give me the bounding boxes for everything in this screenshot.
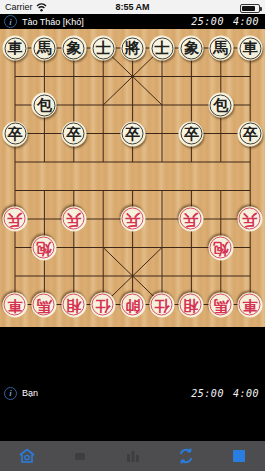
opponent-clocks: 25:00 4:00 — [191, 16, 259, 27]
black-piece[interactable]: 馬 — [208, 36, 233, 61]
black-piece[interactable]: 卒 — [120, 121, 145, 146]
black-piece[interactable]: 卒 — [238, 121, 263, 146]
player-info-icon[interactable]: i — [4, 387, 17, 400]
red-piece[interactable]: 相 — [61, 292, 86, 317]
red-piece[interactable]: 馬 — [208, 292, 233, 317]
board-grid-lines — [0, 29, 265, 327]
red-piece[interactable]: 車 — [3, 292, 28, 317]
black-piece[interactable]: 將 — [120, 36, 145, 61]
tab-stop[interactable] — [212, 441, 265, 471]
player-move-clock: 4:00 — [233, 388, 259, 399]
opponent-name: Tào Tháo [Khó] — [22, 17, 191, 27]
app-screen: Carrier 8:55 AM i Tào Tháo [Khó] 25:00 4… — [0, 0, 265, 471]
red-piece[interactable]: 兵 — [3, 207, 28, 232]
player-name: Bạn — [22, 388, 191, 398]
dim-columns-icon — [124, 448, 142, 464]
tab-home[interactable] — [0, 441, 53, 471]
black-piece[interactable]: 士 — [91, 36, 116, 61]
xiangqi-board[interactable]: 車馬象士將士象馬車包包卒卒卒卒卒兵兵兵兵兵炮炮車馬相仕帥仕相馬車 — [0, 29, 265, 327]
red-piece[interactable]: 仕 — [91, 292, 116, 317]
red-piece[interactable]: 帥 — [120, 292, 145, 317]
status-time: 8:55 AM — [0, 2, 265, 12]
player-bar: i Bạn 25:00 4:00 — [0, 385, 265, 401]
red-piece[interactable]: 炮 — [208, 235, 233, 260]
black-piece[interactable]: 卒 — [179, 121, 204, 146]
status-bar: Carrier 8:55 AM — [0, 0, 265, 14]
red-piece[interactable]: 兵 — [120, 207, 145, 232]
black-piece[interactable]: 車 — [238, 36, 263, 61]
red-piece[interactable]: 車 — [238, 292, 263, 317]
black-piece[interactable]: 象 — [179, 36, 204, 61]
switch-sides-icon — [177, 447, 195, 465]
opponent-main-clock: 25:00 — [191, 16, 224, 27]
red-piece[interactable]: 仕 — [150, 292, 175, 317]
black-piece[interactable]: 象 — [61, 36, 86, 61]
tab-undo[interactable] — [53, 441, 106, 471]
opponent-bar: i Tào Tháo [Khó] 25:00 4:00 — [0, 14, 265, 29]
black-piece[interactable]: 包 — [208, 93, 233, 118]
tab-switch-sides[interactable] — [159, 441, 212, 471]
tab-hint[interactable] — [106, 441, 159, 471]
opponent-move-clock: 4:00 — [233, 16, 259, 27]
red-piece[interactable]: 炮 — [32, 235, 57, 260]
red-piece[interactable]: 相 — [179, 292, 204, 317]
player-main-clock: 25:00 — [191, 388, 224, 399]
black-piece[interactable]: 馬 — [32, 36, 57, 61]
stop-icon — [231, 448, 247, 464]
black-piece[interactable]: 士 — [150, 36, 175, 61]
home-icon — [18, 447, 36, 465]
black-piece[interactable]: 卒 — [3, 121, 28, 146]
lower-panel — [0, 327, 265, 441]
player-clocks: 25:00 4:00 — [191, 388, 259, 399]
black-piece[interactable]: 卒 — [61, 121, 86, 146]
black-piece[interactable]: 包 — [32, 93, 57, 118]
opponent-info-icon[interactable]: i — [4, 15, 17, 28]
dim-square-icon — [72, 449, 88, 463]
battery-icon — [240, 4, 260, 13]
red-piece[interactable]: 馬 — [32, 292, 57, 317]
tab-bar — [0, 441, 265, 471]
red-piece[interactable]: 兵 — [61, 207, 86, 232]
black-piece[interactable]: 車 — [3, 36, 28, 61]
